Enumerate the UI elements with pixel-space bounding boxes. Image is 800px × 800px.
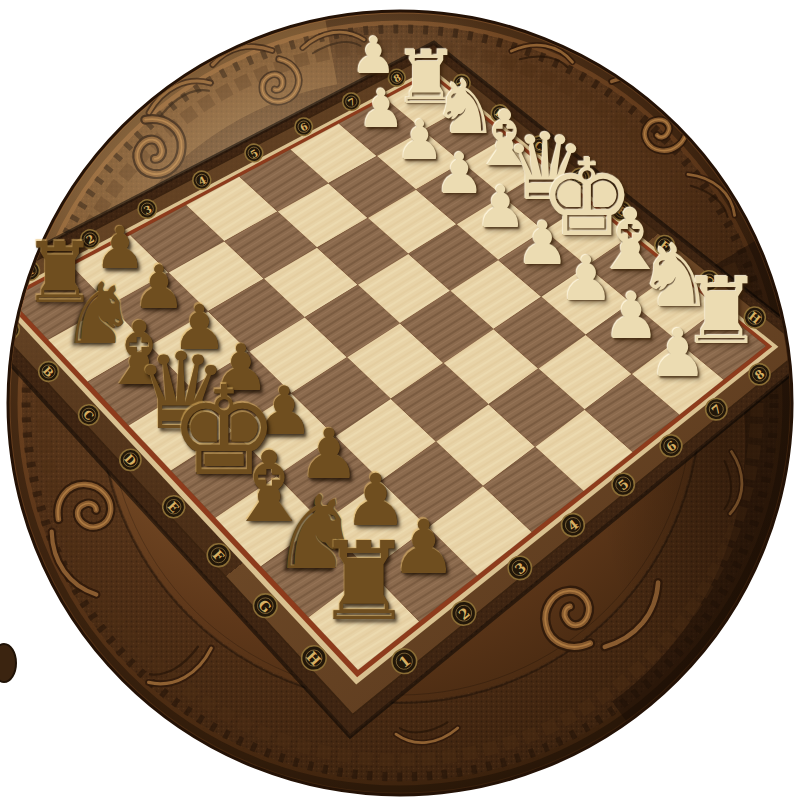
piece-black-pawn-h7[interactable]: ♟	[648, 321, 707, 387]
piece-white-rook-h1[interactable]: ♜	[316, 528, 413, 636]
table-leg	[0, 644, 16, 682]
extra-piece-black-pawn[interactable]: ♟	[351, 31, 396, 82]
chess-table-photo: 1 2 3 4 5 6 7 8 A B C D E F G H A B C	[0, 0, 800, 800]
